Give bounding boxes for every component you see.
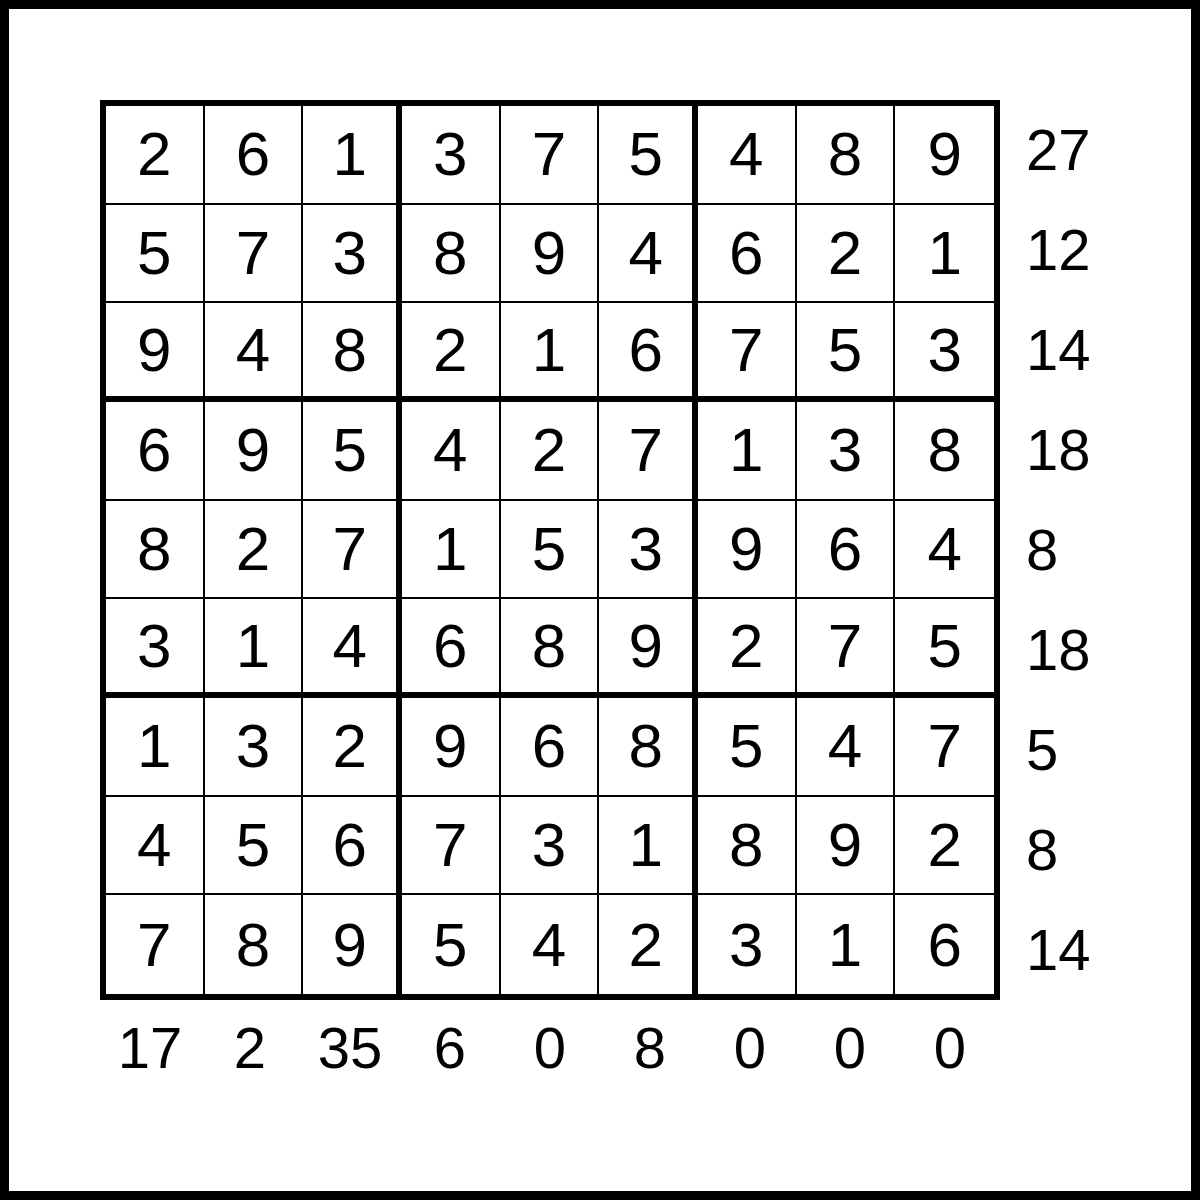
cell-r6c5: 8 [501, 599, 600, 698]
cell-r8c1: 4 [106, 797, 205, 896]
sudoku-grid: 2613754895738946219482167536954271388271… [100, 100, 1000, 1000]
cell-r7c4: 9 [402, 698, 501, 797]
cell-r5c4: 1 [402, 501, 501, 600]
cell-r2c9: 1 [895, 205, 994, 304]
cell-r5c3: 7 [303, 501, 402, 600]
cell-r3c8: 5 [797, 303, 896, 402]
col-label-4: 6 [400, 998, 500, 1098]
cell-r1c9: 9 [895, 106, 994, 205]
cell-r9c7: 3 [698, 895, 797, 994]
cell-r9c8: 1 [797, 895, 896, 994]
col-label-6: 8 [600, 998, 700, 1098]
cell-r9c3: 9 [303, 895, 402, 994]
cell-r9c5: 4 [501, 895, 600, 994]
cell-r5c5: 5 [501, 501, 600, 600]
cell-r6c6: 9 [599, 599, 698, 698]
col-label-9: 0 [900, 998, 1000, 1098]
cell-r5c2: 2 [205, 501, 304, 600]
cell-r1c7: 4 [698, 106, 797, 205]
cell-r5c9: 4 [895, 501, 994, 600]
cell-r1c3: 1 [303, 106, 402, 205]
cell-r4c4: 4 [402, 402, 501, 501]
cell-r2c2: 7 [205, 205, 304, 304]
row-label-1: 27 [1000, 100, 1180, 200]
cell-r4c3: 5 [303, 402, 402, 501]
cell-r3c3: 8 [303, 303, 402, 402]
cell-r5c1: 8 [106, 501, 205, 600]
cell-r8c5: 3 [501, 797, 600, 896]
cell-r7c7: 5 [698, 698, 797, 797]
cell-r2c5: 9 [501, 205, 600, 304]
cell-r6c1: 3 [106, 599, 205, 698]
cell-r2c8: 2 [797, 205, 896, 304]
cell-r7c8: 4 [797, 698, 896, 797]
cell-r8c8: 9 [797, 797, 896, 896]
cell-r8c4: 7 [402, 797, 501, 896]
col-label-1: 17 [100, 998, 200, 1098]
cell-r1c1: 2 [106, 106, 205, 205]
cell-r4c2: 9 [205, 402, 304, 501]
cell-r1c8: 8 [797, 106, 896, 205]
cell-r7c5: 6 [501, 698, 600, 797]
cell-r1c4: 3 [402, 106, 501, 205]
cell-r1c6: 5 [599, 106, 698, 205]
cell-r7c1: 1 [106, 698, 205, 797]
row-sum-labels: 271214188185814 [1000, 100, 1180, 1000]
row-label-7: 5 [1000, 700, 1180, 800]
cell-r3c4: 2 [402, 303, 501, 402]
cell-r7c2: 3 [205, 698, 304, 797]
cell-r4c7: 1 [698, 402, 797, 501]
cell-r1c5: 7 [501, 106, 600, 205]
cell-r9c2: 8 [205, 895, 304, 994]
cell-r7c6: 8 [599, 698, 698, 797]
cell-r4c1: 6 [106, 402, 205, 501]
cell-r6c7: 2 [698, 599, 797, 698]
row-label-2: 12 [1000, 200, 1180, 300]
cell-r6c2: 1 [205, 599, 304, 698]
cell-r9c6: 2 [599, 895, 698, 994]
cell-r6c9: 5 [895, 599, 994, 698]
cell-r3c1: 9 [106, 303, 205, 402]
cell-r6c8: 7 [797, 599, 896, 698]
cell-r8c7: 8 [698, 797, 797, 896]
cell-r3c7: 7 [698, 303, 797, 402]
col-label-3: 35 [300, 998, 400, 1098]
cell-r3c9: 3 [895, 303, 994, 402]
col-label-7: 0 [700, 998, 800, 1098]
cell-r2c7: 6 [698, 205, 797, 304]
cell-r8c3: 6 [303, 797, 402, 896]
cell-r7c9: 7 [895, 698, 994, 797]
cell-r4c6: 7 [599, 402, 698, 501]
cell-r1c2: 6 [205, 106, 304, 205]
cell-r3c5: 1 [501, 303, 600, 402]
cell-r4c9: 8 [895, 402, 994, 501]
col-label-5: 0 [500, 998, 600, 1098]
cell-r2c3: 3 [303, 205, 402, 304]
cell-r5c8: 6 [797, 501, 896, 600]
cell-r9c1: 7 [106, 895, 205, 994]
cell-r8c2: 5 [205, 797, 304, 896]
cell-r8c6: 1 [599, 797, 698, 896]
cell-r9c4: 5 [402, 895, 501, 994]
row-label-6: 18 [1000, 600, 1180, 700]
col-label-8: 0 [800, 998, 900, 1098]
cell-r3c2: 4 [205, 303, 304, 402]
cell-r5c7: 9 [698, 501, 797, 600]
col-label-2: 2 [200, 998, 300, 1098]
cell-r2c6: 4 [599, 205, 698, 304]
cell-r6c4: 6 [402, 599, 501, 698]
cell-r7c3: 2 [303, 698, 402, 797]
row-label-3: 14 [1000, 300, 1180, 400]
cell-r9c9: 6 [895, 895, 994, 994]
row-label-4: 18 [1000, 400, 1180, 500]
cell-r2c1: 5 [106, 205, 205, 304]
cell-r4c8: 3 [797, 402, 896, 501]
column-sum-labels: 17235608000 [100, 998, 1000, 1098]
cell-r8c9: 2 [895, 797, 994, 896]
cell-r2c4: 8 [402, 205, 501, 304]
row-label-9: 14 [1000, 900, 1180, 1000]
cell-r3c6: 6 [599, 303, 698, 402]
cell-r6c3: 4 [303, 599, 402, 698]
cell-r5c6: 3 [599, 501, 698, 600]
row-label-8: 8 [1000, 800, 1180, 900]
row-label-5: 8 [1000, 500, 1180, 600]
cell-r4c5: 2 [501, 402, 600, 501]
